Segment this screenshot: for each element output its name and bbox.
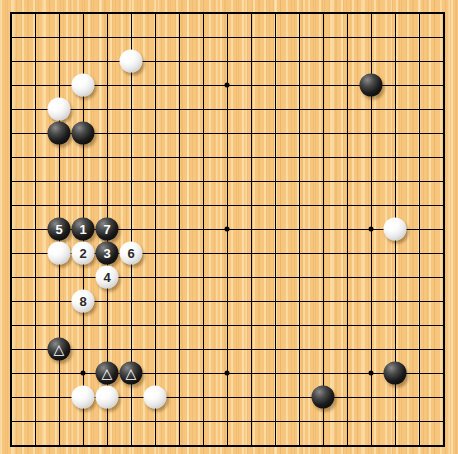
move-8-white-D7[interactable]: 8 [72, 290, 95, 313]
stone-black-C5[interactable]: △ [48, 338, 71, 361]
star-point [225, 371, 230, 376]
stone-white-R10[interactable] [384, 218, 407, 241]
move-1-black-D10[interactable]: 1 [72, 218, 95, 241]
move-7-black-E10[interactable]: 7 [96, 218, 119, 241]
stone-white-F17[interactable] [120, 50, 143, 73]
star-point [81, 371, 86, 376]
move-2-white-D9[interactable]: 2 [72, 242, 95, 265]
star-point [225, 227, 230, 232]
move-4-white-E8[interactable]: 4 [96, 266, 119, 289]
triangle-mark-icon: △ [102, 366, 113, 380]
stone-white-D16[interactable] [72, 74, 95, 97]
stone-white-E3[interactable] [96, 386, 119, 409]
move-number-label: 5 [55, 223, 62, 236]
stone-black-C14[interactable] [48, 122, 71, 145]
move-number-label: 2 [79, 247, 86, 260]
go-board[interactable]: 51723648△△△ [0, 0, 458, 454]
move-6-white-F9[interactable]: 6 [120, 242, 143, 265]
star-point [369, 371, 374, 376]
triangle-mark-icon: △ [54, 342, 65, 356]
move-number-label: 7 [103, 223, 110, 236]
move-number-label: 8 [79, 295, 86, 308]
stone-white-C9[interactable] [48, 242, 71, 265]
stone-white-D3[interactable] [72, 386, 95, 409]
stone-black-Q16[interactable] [360, 74, 383, 97]
move-number-label: 4 [103, 271, 110, 284]
stone-black-D14[interactable] [72, 122, 95, 145]
triangle-mark-icon: △ [126, 366, 137, 380]
star-point [369, 227, 374, 232]
move-number-label: 3 [103, 247, 110, 260]
stone-black-R4[interactable] [384, 362, 407, 385]
star-point [225, 83, 230, 88]
stone-black-E4[interactable]: △ [96, 362, 119, 385]
stone-black-F4[interactable]: △ [120, 362, 143, 385]
stone-black-O3[interactable] [312, 386, 335, 409]
stone-white-G3[interactable] [144, 386, 167, 409]
move-number-label: 6 [127, 247, 134, 260]
move-number-label: 1 [79, 223, 86, 236]
move-5-black-C10[interactable]: 5 [48, 218, 71, 241]
stone-white-C15[interactable] [48, 98, 71, 121]
move-3-black-E9[interactable]: 3 [96, 242, 119, 265]
